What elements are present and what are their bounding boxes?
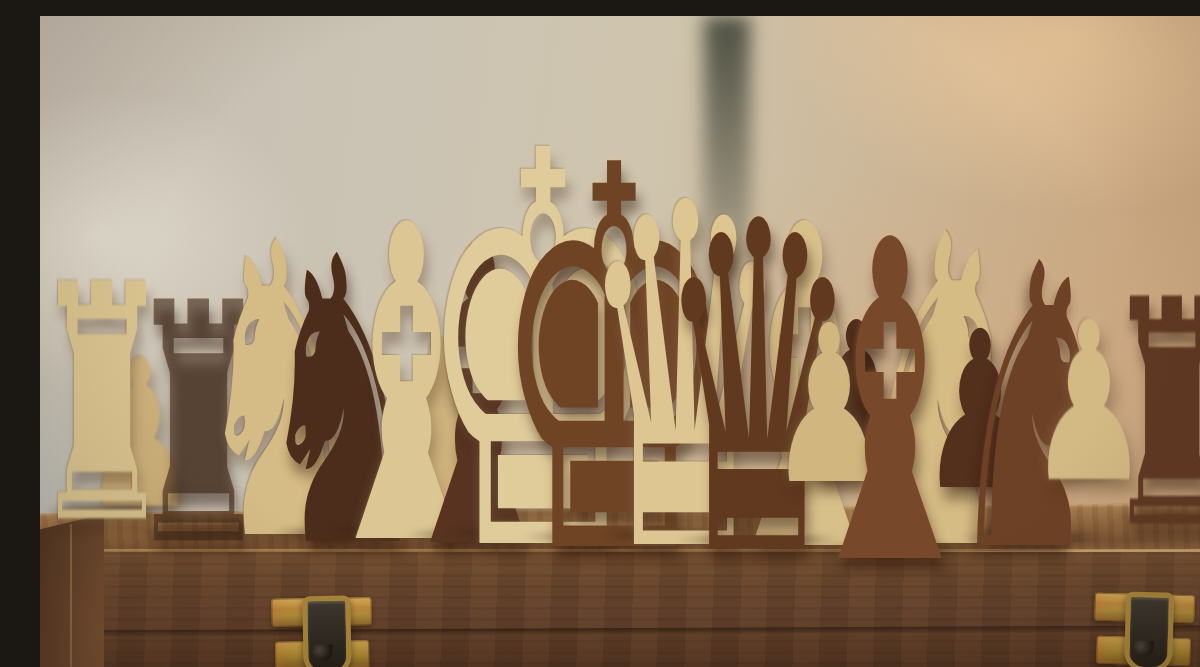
chess-pieces-row: ♟♜♜♞♞♟♝♝♚♚♛♝♛♟♟♞♝♟♞♟♜ <box>40 16 1200 667</box>
brass-latch-left <box>269 594 374 667</box>
dark-rook-b-piece: ♜ <box>1097 259 1200 571</box>
chess-set-photo: ♟♜♜♞♞♟♝♝♚♚♛♝♛♟♟♞♝♟♞♟♜ <box>40 16 1200 667</box>
brass-latch-right <box>1091 590 1197 667</box>
latch-hasp <box>1124 592 1174 667</box>
